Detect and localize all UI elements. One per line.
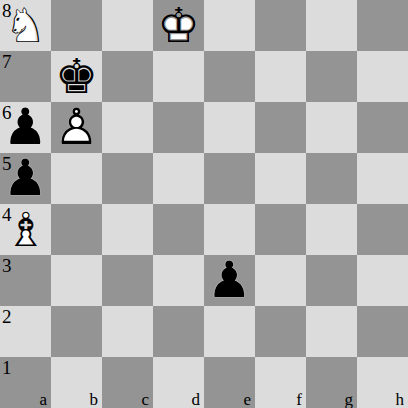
square-d2[interactable]	[153, 306, 204, 357]
square-c8[interactable]	[102, 0, 153, 51]
square-a3[interactable]: 3	[0, 255, 51, 306]
square-f5[interactable]	[255, 153, 306, 204]
white-pawn-outline-glyph: ♙	[51, 102, 102, 153]
square-c4[interactable]	[102, 204, 153, 255]
square-h1[interactable]: h	[357, 357, 408, 408]
square-d1[interactable]: d	[153, 357, 204, 408]
white-knight-outline-glyph: ♘	[0, 0, 51, 51]
square-c6[interactable]	[102, 102, 153, 153]
square-a5[interactable]: 5♟	[0, 153, 51, 204]
black-pawn-glyph: ♟	[204, 255, 255, 306]
rank-label-3: 3	[2, 256, 12, 275]
piece-black-king[interactable]: ♚	[51, 51, 102, 102]
rank-label-2: 2	[2, 307, 12, 326]
square-f4[interactable]	[255, 204, 306, 255]
square-a6[interactable]: 6♟	[0, 102, 51, 153]
square-d4[interactable]	[153, 204, 204, 255]
square-d3[interactable]	[153, 255, 204, 306]
square-a7[interactable]: 7	[0, 51, 51, 102]
square-g3[interactable]	[306, 255, 357, 306]
square-f7[interactable]	[255, 51, 306, 102]
square-e5[interactable]	[204, 153, 255, 204]
square-b8[interactable]	[51, 0, 102, 51]
square-c2[interactable]	[102, 306, 153, 357]
square-d7[interactable]	[153, 51, 204, 102]
rank-label-1: 1	[2, 358, 12, 377]
square-h8[interactable]	[357, 0, 408, 51]
square-g2[interactable]	[306, 306, 357, 357]
square-g4[interactable]	[306, 204, 357, 255]
white-king-outline-glyph: ♔	[153, 0, 204, 51]
piece-white-pawn[interactable]: ♟♙	[51, 102, 102, 153]
square-f3[interactable]	[255, 255, 306, 306]
square-f2[interactable]	[255, 306, 306, 357]
black-pawn-glyph: ♟	[0, 102, 51, 153]
square-h6[interactable]	[357, 102, 408, 153]
square-f1[interactable]: f	[255, 357, 306, 408]
square-g7[interactable]	[306, 51, 357, 102]
file-label-h: h	[396, 391, 405, 408]
square-e7[interactable]	[204, 51, 255, 102]
square-e3[interactable]: ♟	[204, 255, 255, 306]
square-b1[interactable]: b	[51, 357, 102, 408]
square-h5[interactable]	[357, 153, 408, 204]
square-c1[interactable]: c	[102, 357, 153, 408]
white-bishop-outline-glyph: ♗	[0, 204, 51, 255]
file-label-b: b	[90, 391, 99, 408]
file-label-d: d	[192, 391, 201, 408]
file-label-f: f	[296, 391, 302, 408]
square-d5[interactable]	[153, 153, 204, 204]
square-a2[interactable]: 2	[0, 306, 51, 357]
square-g1[interactable]: g	[306, 357, 357, 408]
square-b4[interactable]	[51, 204, 102, 255]
square-b6[interactable]: ♟♙	[51, 102, 102, 153]
file-label-g: g	[345, 391, 354, 408]
square-h2[interactable]	[357, 306, 408, 357]
square-g8[interactable]	[306, 0, 357, 51]
piece-black-pawn[interactable]: ♟	[0, 153, 51, 204]
piece-black-pawn[interactable]: ♟	[204, 255, 255, 306]
square-a1[interactable]: 1a	[0, 357, 51, 408]
square-e6[interactable]	[204, 102, 255, 153]
square-e8[interactable]	[204, 0, 255, 51]
piece-white-king[interactable]: ♚♔	[153, 0, 204, 51]
square-c5[interactable]	[102, 153, 153, 204]
square-h3[interactable]	[357, 255, 408, 306]
square-b3[interactable]	[51, 255, 102, 306]
piece-black-pawn[interactable]: ♟	[0, 102, 51, 153]
square-g6[interactable]	[306, 102, 357, 153]
piece-white-bishop[interactable]: ♝♗	[0, 204, 51, 255]
piece-white-knight[interactable]: ♞♘	[0, 0, 51, 51]
black-king-glyph: ♚	[51, 51, 102, 102]
square-b5[interactable]	[51, 153, 102, 204]
square-f6[interactable]	[255, 102, 306, 153]
square-b2[interactable]	[51, 306, 102, 357]
square-d8[interactable]: ♚♔	[153, 0, 204, 51]
square-h7[interactable]	[357, 51, 408, 102]
file-label-c: c	[141, 391, 149, 408]
black-pawn-glyph: ♟	[0, 153, 51, 204]
square-e1[interactable]: e	[204, 357, 255, 408]
file-label-a: a	[39, 391, 47, 408]
square-f8[interactable]	[255, 0, 306, 51]
square-e2[interactable]	[204, 306, 255, 357]
square-b7[interactable]: ♚	[51, 51, 102, 102]
square-d6[interactable]	[153, 102, 204, 153]
square-g5[interactable]	[306, 153, 357, 204]
chess-board: 8♞♘♚♔7♚6♟♟♙5♟4♝♗3♟21abcdefgh	[0, 0, 408, 408]
square-c3[interactable]	[102, 255, 153, 306]
file-label-e: e	[243, 391, 251, 408]
square-c7[interactable]	[102, 51, 153, 102]
square-a8[interactable]: 8♞♘	[0, 0, 51, 51]
square-h4[interactable]	[357, 204, 408, 255]
square-e4[interactable]	[204, 204, 255, 255]
rank-label-7: 7	[2, 52, 12, 71]
square-a4[interactable]: 4♝♗	[0, 204, 51, 255]
